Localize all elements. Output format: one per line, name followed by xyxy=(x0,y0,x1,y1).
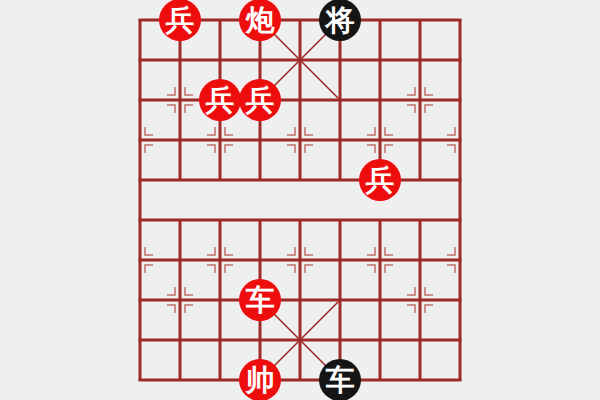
piece-red-general[interactable]: 帅 xyxy=(239,359,281,400)
piece-red-soldier[interactable]: 兵 xyxy=(239,79,281,121)
xiangqi-board: 兵炮将兵兵兵车帅车 xyxy=(0,0,600,400)
piece-red-cannon[interactable]: 炮 xyxy=(239,0,281,41)
piece-red-soldier[interactable]: 兵 xyxy=(199,79,241,121)
piece-red-chariot[interactable]: 车 xyxy=(239,279,281,321)
piece-black-general[interactable]: 将 xyxy=(319,0,361,41)
piece-black-chariot[interactable]: 车 xyxy=(319,359,361,400)
piece-red-soldier[interactable]: 兵 xyxy=(159,0,201,41)
piece-grid: 兵炮将兵兵兵车帅车 xyxy=(120,0,480,400)
piece-red-soldier[interactable]: 兵 xyxy=(359,159,401,201)
